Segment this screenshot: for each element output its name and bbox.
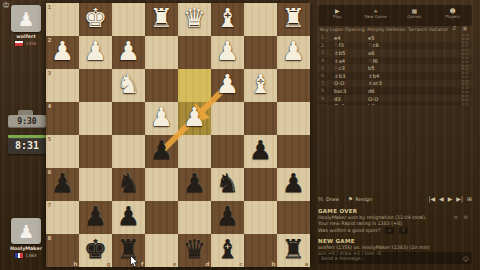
square-e4[interactable]: ♟ — [145, 102, 178, 135]
square-c7[interactable]: ♟ — [211, 201, 244, 234]
panel-tabs: ▶ Play + New Game ▦ Games ☻ Players — [318, 5, 472, 26]
game-over-title: GAME OVER — [318, 207, 472, 215]
square-f6[interactable]: ♞ — [112, 168, 145, 201]
emoji-icon[interactable]: ☺ — [463, 255, 472, 262]
square-c2[interactable]: ♟ — [211, 36, 244, 69]
white-move[interactable]: ♗b5 — [334, 50, 368, 56]
game-over-message: ≡ ⚙ GAME OVER HoolyMaker won by resignat… — [318, 207, 472, 235]
move-number: 6. — [321, 73, 334, 78]
piece-black-king-g8[interactable]: ♚ — [79, 234, 112, 267]
black-player-meta: 1383 — [2, 253, 50, 258]
black-move[interactable]: ♘c6 — [368, 42, 408, 48]
poland-flag-icon — [15, 41, 23, 46]
square-h5[interactable]: 5 — [46, 135, 79, 168]
tab-games[interactable]: ▦ Games — [395, 5, 434, 26]
black-player-rating: 1383 — [25, 253, 36, 258]
last-move-button[interactable]: ▶| — [456, 195, 463, 203]
move-row-1[interactable]: 1.e4e59:58 9:58 — [318, 34, 472, 42]
rank-label-1: 1 — [48, 4, 52, 10]
first-move-button[interactable]: |◀ — [428, 195, 435, 203]
black-move[interactable]: h6 — [368, 103, 408, 105]
piece-black-pawn-f7[interactable]: ♟ — [112, 201, 145, 234]
square-d1[interactable]: ♛ — [178, 3, 211, 36]
move-row-8[interactable]: 8.bxc3d69:38 9:20 — [318, 87, 472, 95]
move-navigation: |◀ ◀ ▶ ▶| ⊞ — [428, 195, 472, 203]
square-c8[interactable]: c♝ — [211, 234, 244, 267]
move-number: 9. — [321, 96, 334, 101]
move-row-3[interactable]: 3.♗b5a69:52 9:53 — [318, 49, 472, 57]
square-d2[interactable] — [178, 36, 211, 69]
piece-white-knight-f3[interactable]: ♞ — [112, 69, 145, 102]
resign-flag-icon: ⚑ — [348, 196, 353, 202]
black-move[interactable]: ♗xc3 — [368, 80, 408, 86]
square-a5[interactable] — [277, 135, 310, 168]
piece-white-pawn-c2[interactable]: ♟ — [211, 36, 244, 69]
white-move[interactable]: O-O — [334, 80, 368, 86]
square-g5[interactable] — [79, 135, 112, 168]
play-icon: ▶ — [318, 7, 357, 14]
square-d8[interactable]: d♛ — [178, 234, 211, 267]
square-b6[interactable] — [244, 168, 277, 201]
square-g6[interactable] — [79, 168, 112, 201]
new-game-title: NEW GAME — [318, 237, 472, 245]
square-f1[interactable] — [112, 3, 145, 36]
square-d4[interactable]: ♟ — [178, 102, 211, 135]
square-e1[interactable]: ♜ — [145, 3, 178, 36]
move-row-5[interactable]: 5.♘c3b59:45 9:46 — [318, 64, 472, 72]
white-clock: 9:30 — [8, 115, 46, 128]
square-b1[interactable] — [244, 3, 277, 36]
file-label-e: e — [173, 261, 177, 267]
move-number: 1. — [321, 35, 334, 40]
piece-white-queen-d1[interactable]: ♛ — [178, 3, 211, 36]
square-e5[interactable]: ♟ — [145, 135, 178, 168]
square-f2[interactable]: ♟ — [112, 36, 145, 69]
move-number: 8. — [321, 88, 334, 93]
square-a1[interactable]: ♜ — [277, 3, 310, 36]
thumbs-down-button[interactable]: ☟ — [399, 227, 408, 234]
move-number: 5. — [321, 66, 334, 71]
prev-move-button[interactable]: ◀ — [439, 195, 444, 203]
chat-placeholder: Send a message... — [318, 256, 463, 261]
move-clock-times: 9:32 8:48 — [445, 103, 469, 105]
piece-black-rook-f8[interactable]: ♜ — [112, 234, 145, 267]
square-h6[interactable]: 6♟ — [46, 168, 79, 201]
black-move[interactable]: O-O — [368, 96, 408, 102]
tab-players[interactable]: ☻ Players — [434, 5, 473, 26]
white-move[interactable]: ♘c3 — [334, 65, 368, 71]
tab-new-game[interactable]: + New Game — [357, 5, 396, 26]
square-d6[interactable]: ♟ — [178, 168, 211, 201]
square-g7[interactable]: ♟ — [79, 201, 112, 234]
piece-white-bishop-b3[interactable]: ♝ — [244, 69, 277, 102]
rank-label-4: 4 — [48, 103, 52, 109]
piece-white-rook-e1[interactable]: ♜ — [145, 3, 178, 36]
square-b7[interactable] — [244, 201, 277, 234]
piece-white-bishop-c1[interactable]: ♝ — [211, 3, 244, 36]
piece-black-rook-a8[interactable]: ♜ — [277, 234, 310, 267]
square-d3[interactable] — [178, 69, 211, 102]
players-person-icon: ☻ — [434, 7, 473, 14]
square-c1[interactable]: ♝ — [211, 3, 244, 36]
piece-black-pawn-d6[interactable]: ♟ — [178, 168, 211, 201]
square-h3[interactable]: 3 — [46, 69, 79, 102]
square-f7[interactable]: ♟ — [112, 201, 145, 234]
black-clock: 8:31 — [8, 138, 46, 154]
avatar-white-player[interactable]: ♟ — [11, 5, 41, 32]
white-move[interactable]: d3 — [334, 96, 368, 102]
piece-white-pawn-f2[interactable]: ♟ — [112, 36, 145, 69]
piece-white-pawn-a2[interactable]: ♟ — [277, 36, 310, 69]
piece-black-pawn-e5[interactable]: ♟ — [145, 135, 178, 168]
square-b2[interactable] — [244, 36, 277, 69]
black-move[interactable]: e5 — [368, 35, 408, 41]
piece-black-bishop-c8[interactable]: ♝ — [211, 234, 244, 267]
white-move[interactable]: bxc3 — [334, 88, 368, 94]
new-game-icon: + — [357, 7, 396, 14]
square-a4[interactable] — [277, 102, 310, 135]
tab-play[interactable]: ▶ Play — [318, 5, 357, 26]
rank-label-7: 7 — [48, 202, 52, 208]
rank-label-5: 5 — [48, 136, 52, 142]
movelist-options-icons[interactable]: ⇵ ▣ — [452, 25, 470, 31]
square-g1[interactable]: ♚ — [79, 3, 112, 36]
move-number: 10. — [321, 104, 334, 105]
piece-black-pawn-c7[interactable]: ♟ — [211, 201, 244, 234]
square-a3[interactable] — [277, 69, 310, 102]
move-row-2[interactable]: 2.♘f3♘c69:55 9:55 — [318, 42, 472, 50]
avatar-black-player[interactable]: ♟ — [11, 218, 41, 244]
move-row-9[interactable]: 9.d3O-O9:35 9:06 — [318, 95, 472, 103]
file-label-h: h — [74, 261, 78, 267]
offer-draw-button[interactable]: ½ Draw — [318, 196, 339, 202]
square-b3[interactable]: ♝ — [244, 69, 277, 102]
move-clock-times: 9:35 9:06 — [445, 95, 469, 102]
square-a8[interactable]: a♜ — [277, 234, 310, 267]
square-e3[interactable] — [145, 69, 178, 102]
piece-white-king-g1[interactable]: ♚ — [79, 3, 112, 36]
black-move[interactable]: ♗b4 — [368, 73, 408, 79]
square-h2[interactable]: 2♟ — [46, 36, 79, 69]
piece-black-knight-c6[interactable]: ♞ — [211, 168, 244, 201]
black-player-name: HoolyMaker — [2, 246, 50, 251]
square-e7[interactable] — [145, 201, 178, 234]
piece-black-pawn-a6[interactable]: ♟ — [277, 168, 310, 201]
square-h4[interactable]: 4 — [46, 102, 79, 135]
piece-white-pawn-g2[interactable]: ♟ — [79, 36, 112, 69]
piece-black-pawn-h6[interactable]: ♟ — [46, 168, 79, 201]
half-point-icon: ½ — [318, 196, 323, 202]
square-c5[interactable] — [211, 135, 244, 168]
white-move[interactable]: ♘f3 — [334, 42, 368, 48]
white-king-icon: ♔ — [2, 0, 10, 10]
move-list[interactable]: 1.e4e59:58 9:582.♘f3♘c69:55 9:553.♗b5a69… — [318, 34, 472, 105]
rank-label-3: 3 — [48, 70, 52, 76]
white-player-name: wolfert — [2, 34, 50, 39]
square-e2[interactable] — [145, 36, 178, 69]
piece-white-pawn-c3[interactable]: ♟ — [211, 69, 244, 102]
white-move[interactable]: ♗b3 — [334, 73, 368, 79]
live-chess-app: ♔ ♟ wolfert 1356 9:30 8:31 ♟ HoolyMaker … — [0, 0, 480, 270]
square-g4[interactable] — [79, 102, 112, 135]
game-controls: ½ Draw ⚑ Resign |◀ ◀ ▶ ▶| ⊞ — [318, 193, 472, 205]
sport-question: Was wolfert a good sport? ☝ ☟ — [318, 227, 472, 234]
move-number: 7. — [321, 81, 334, 86]
square-e8[interactable]: e — [145, 234, 178, 267]
black-move[interactable]: a6 — [368, 50, 408, 56]
square-f5[interactable] — [112, 135, 145, 168]
square-a7[interactable] — [277, 201, 310, 234]
square-f4[interactable] — [112, 102, 145, 135]
chat-options-icons[interactable]: ≡ ⚙ — [454, 214, 470, 220]
piece-black-knight-f6[interactable]: ♞ — [112, 168, 145, 201]
white-move[interactable]: ♖e1 — [334, 103, 368, 105]
move-row-6[interactable]: 6.♗b3♗b49:42 9:41 — [318, 72, 472, 80]
square-f8[interactable]: f♜ — [112, 234, 145, 267]
square-f3[interactable]: ♞ — [112, 69, 145, 102]
square-h8[interactable]: 8h — [46, 234, 79, 267]
move-number: 2. — [321, 43, 334, 48]
square-c4[interactable] — [211, 102, 244, 135]
opening-name: Ruy Lopez Opening: Morphy Defense: Tarra… — [320, 26, 448, 34]
next-move-button[interactable]: ▶ — [448, 195, 453, 203]
piece-white-pawn-d4[interactable]: ♟ — [178, 102, 211, 135]
move-row-10[interactable]: 10.♖e1h69:32 8:48 — [318, 102, 472, 105]
piece-white-pawn-e4[interactable]: ♟ — [145, 102, 178, 135]
piece-white-pawn-h2[interactable]: ♟ — [46, 36, 79, 69]
resign-button[interactable]: ⚑ Resign — [348, 196, 372, 202]
black-move[interactable]: d6 — [368, 88, 408, 94]
square-e6[interactable] — [145, 168, 178, 201]
thumbs-up-button[interactable]: ☝ — [385, 227, 394, 234]
square-h7[interactable]: 7 — [46, 201, 79, 234]
piece-black-queen-d8[interactable]: ♛ — [178, 234, 211, 267]
square-h1[interactable]: 1 — [46, 3, 79, 36]
file-label-b: b — [272, 261, 276, 267]
move-number: 4. — [321, 58, 334, 63]
square-g8[interactable]: g♚ — [79, 234, 112, 267]
piece-white-rook-a1[interactable]: ♜ — [277, 3, 310, 36]
square-a2[interactable]: ♟ — [277, 36, 310, 69]
square-g2[interactable]: ♟ — [79, 36, 112, 69]
france-flag-icon — [15, 253, 23, 258]
square-g3[interactable] — [79, 69, 112, 102]
white-player-rating: 1356 — [25, 41, 36, 46]
rank-label-8: 8 — [48, 235, 52, 241]
piece-black-pawn-b5[interactable]: ♟ — [244, 135, 277, 168]
move-row-7[interactable]: 7.O-O♗xc39:40 9:33 — [318, 80, 472, 88]
white-move[interactable]: e4 — [334, 35, 368, 41]
move-number: 3. — [321, 50, 334, 55]
chess-board[interactable]: 1♚♜♛♝♜2♟♟♟♟♟3♞♟♝4♟♟5♟♟6♟♞♟♞♟7♟♟♟8hg♚f♜ed… — [46, 3, 310, 267]
white-move[interactable]: ♗a4 — [334, 58, 368, 64]
square-c3[interactable]: ♟ — [211, 69, 244, 102]
square-d7[interactable] — [178, 201, 211, 234]
black-move[interactable]: ♘f6 — [368, 58, 408, 64]
games-grid-icon: ▦ — [395, 7, 434, 14]
square-b4[interactable] — [244, 102, 277, 135]
move-row-4[interactable]: 4.♗a4♘f69:49 9:50 — [318, 57, 472, 65]
square-b5[interactable]: ♟ — [244, 135, 277, 168]
square-b8[interactable]: b — [244, 234, 277, 267]
chat-input[interactable]: Send a message... ☺ — [318, 252, 472, 264]
black-move[interactable]: b5 — [368, 65, 408, 71]
piece-black-pawn-g7[interactable]: ♟ — [79, 201, 112, 234]
square-a6[interactable]: ♟ — [277, 168, 310, 201]
square-d5[interactable] — [178, 135, 211, 168]
square-c6[interactable]: ♞ — [211, 168, 244, 201]
white-player-meta: 1356 — [2, 41, 50, 46]
analysis-board-icon[interactable]: ⊞ — [467, 195, 472, 203]
